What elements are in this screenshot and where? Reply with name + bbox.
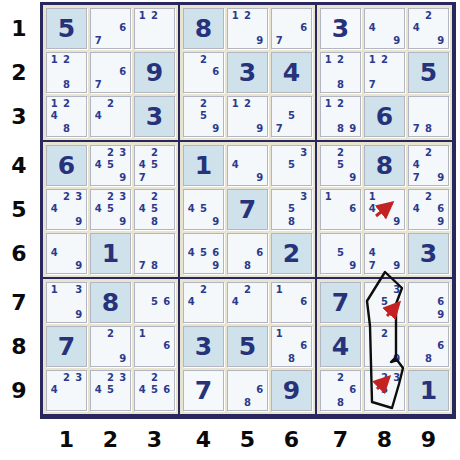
cell-r5c9[interactable]: 2469 [408, 189, 449, 230]
candidate-slot-6: 6 [161, 296, 173, 308]
candidate-slot-1 [366, 284, 378, 296]
candidate-slot-2: 2 [60, 98, 72, 110]
candidate-slot-1 [185, 54, 197, 66]
cell-r3c6[interactable]: 57 [271, 96, 312, 137]
candidate-slot-4: 4 [48, 110, 60, 122]
cell-r8c2[interactable]: 29 [90, 326, 131, 367]
row-label-9: 9 [2, 370, 36, 411]
row-label-5: 5 [2, 189, 36, 230]
pencilmarks: 35 [273, 147, 310, 184]
candidate-slot-5: 5 [197, 247, 209, 259]
candidate-slot-8: 8 [334, 79, 346, 91]
candidate-slot-1 [92, 191, 104, 203]
candidate-slot-6 [210, 110, 222, 122]
candidate-slot-3 [210, 284, 222, 296]
candidate-slot-6 [161, 159, 173, 171]
candidate-slot-8: 8 [285, 353, 297, 365]
candidate-slot-1 [48, 191, 60, 203]
cell-r9c9[interactable]: 1 [408, 370, 449, 411]
candidate-slot-1 [185, 98, 197, 110]
candidate-slot-9: 9 [117, 216, 129, 228]
candidate-slot-3 [254, 10, 266, 22]
candidate-slot-3 [254, 235, 266, 247]
candidate-slot-7 [185, 123, 197, 135]
cell-r9c3[interactable]: 2456 [134, 370, 175, 411]
candidate-slot-7 [229, 123, 241, 135]
candidate-slot-9: 9 [73, 260, 85, 272]
cell-r2c8[interactable]: 127 [364, 52, 405, 93]
candidate-slot-1: 1 [48, 284, 60, 296]
given-digit: 7 [321, 283, 360, 322]
col-label-7: 7 [320, 424, 361, 454]
given-digit: 4 [321, 327, 360, 366]
candidate-slot-4 [229, 22, 241, 34]
candidate-slot-5 [148, 22, 160, 34]
candidate-slot-5 [104, 66, 116, 78]
cell-r9c6[interactable]: 9 [271, 370, 312, 411]
cell-r6c5[interactable]: 68 [227, 233, 268, 274]
cell-r5c2[interactable]: 23459 [90, 189, 131, 230]
pencilmarks: 249 [410, 10, 447, 47]
candidate-slot-5 [241, 296, 253, 308]
candidate-slot-5 [60, 247, 72, 259]
candidate-slot-5 [422, 159, 434, 171]
candidate-slot-8 [60, 260, 72, 272]
candidate-slot-3 [210, 235, 222, 247]
cell-r7c8[interactable]: 35 [364, 282, 405, 323]
candidate-slot-1 [410, 191, 422, 203]
candidate-slot-5: 5 [285, 110, 297, 122]
cell-r8c9[interactable]: 68 [408, 326, 449, 367]
cell-r4c5[interactable]: 49 [227, 145, 268, 186]
candidate-slot-4: 4 [410, 203, 422, 215]
candidate-slot-6 [391, 66, 403, 78]
candidate-slot-8 [422, 35, 434, 47]
candidate-slot-6 [254, 110, 266, 122]
cell-r7c6[interactable]: 16 [271, 282, 312, 323]
cell-r3c2[interactable]: 24 [90, 96, 131, 137]
candidate-slot-6 [391, 384, 403, 396]
cell-r5c6[interactable]: 358 [271, 189, 312, 230]
cell-r4c7[interactable]: 259 [320, 145, 361, 186]
cell-r4c8[interactable]: 8 [364, 145, 405, 186]
cell-r4c3[interactable]: 2457 [134, 145, 175, 186]
candidate-slot-9 [254, 260, 266, 272]
candidate-slot-2: 2 [104, 98, 116, 110]
candidate-slot-1 [273, 191, 285, 203]
row-label-4: 4 [2, 145, 36, 186]
candidate-slot-2 [241, 372, 253, 384]
candidate-slot-3 [347, 235, 359, 247]
cell-r7c4[interactable]: 24 [183, 282, 224, 323]
candidate-slot-2: 2 [60, 191, 72, 203]
given-digit: 1 [184, 146, 223, 185]
candidate-slot-3 [161, 235, 173, 247]
candidate-slot-8 [378, 79, 390, 91]
pencilmarks: 49 [48, 235, 85, 272]
col-label-9: 9 [408, 424, 449, 454]
cell-r2c7[interactable]: 128 [320, 52, 361, 93]
candidate-slot-7 [273, 353, 285, 365]
cell-r9c7[interactable]: 268 [320, 370, 361, 411]
pencilmarks: 259 [322, 147, 359, 184]
candidate-slot-8 [241, 35, 253, 47]
candidate-slot-2 [285, 284, 297, 296]
cell-r3c5[interactable]: 129 [227, 96, 268, 137]
candidate-slot-5: 5 [378, 384, 390, 396]
candidate-slot-7 [185, 216, 197, 228]
cell-r4c9[interactable]: 2479 [408, 145, 449, 186]
candidate-slot-6 [391, 22, 403, 34]
candidate-slot-6: 6 [435, 296, 447, 308]
candidate-slot-1 [410, 147, 422, 159]
cell-r8c8[interactable]: 29 [364, 326, 405, 367]
candidate-slot-3 [347, 147, 359, 159]
candidate-slot-2: 2 [60, 54, 72, 66]
candidate-slot-9: 9 [73, 309, 85, 321]
cell-r8c6[interactable]: 168 [271, 326, 312, 367]
candidate-slot-7: 7 [410, 123, 422, 135]
cell-r1c4[interactable]: 8 [183, 8, 224, 49]
cell-r1c7[interactable]: 3 [320, 8, 361, 49]
cell-r5c4[interactable]: 459 [183, 189, 224, 230]
cell-r8c1[interactable]: 7 [46, 326, 87, 367]
candidate-slot-1 [410, 98, 422, 110]
candidate-slot-4: 4 [92, 159, 104, 171]
candidate-slot-9 [254, 309, 266, 321]
candidate-slot-5: 5 [148, 384, 160, 396]
cell-r6c4[interactable]: 4569 [183, 233, 224, 274]
cell-r6c3[interactable]: 78 [134, 233, 175, 274]
candidate-slot-7 [366, 309, 378, 321]
candidate-slot-4 [366, 296, 378, 308]
cell-r9c5[interactable]: 68 [227, 370, 268, 411]
cell-r4c1[interactable]: 6 [46, 145, 87, 186]
cell-r3c3[interactable]: 3 [134, 96, 175, 137]
candidate-slot-7 [136, 216, 148, 228]
col-label-6: 6 [271, 424, 312, 454]
candidate-slot-3 [391, 54, 403, 66]
candidate-slot-6 [117, 203, 129, 215]
candidate-slot-7 [185, 260, 197, 272]
candidate-slot-1: 1 [136, 328, 148, 340]
cell-r2c3[interactable]: 9 [134, 52, 175, 93]
candidate-slot-3 [161, 328, 173, 340]
candidate-slot-1 [273, 147, 285, 159]
candidate-slot-7 [366, 397, 378, 409]
candidate-slot-9 [117, 79, 129, 91]
candidate-slot-2: 2 [422, 10, 434, 22]
pencilmarks: 128 [48, 54, 85, 91]
candidate-slot-1 [273, 10, 285, 22]
candidate-slot-2 [378, 191, 390, 203]
given-digit: 6 [47, 146, 86, 185]
cell-r3c8[interactable]: 6 [364, 96, 405, 137]
candidate-slot-8: 8 [148, 260, 160, 272]
cell-r7c2[interactable]: 8 [90, 282, 131, 323]
candidate-slot-2: 2 [378, 372, 390, 384]
candidate-slot-1 [366, 328, 378, 340]
candidate-slot-7 [229, 35, 241, 47]
box-8: 242416351687689 [180, 279, 315, 414]
candidate-slot-1: 1 [273, 284, 285, 296]
cell-r4c4[interactable]: 1 [183, 145, 224, 186]
candidate-slot-9 [391, 79, 403, 91]
candidate-slot-9 [73, 123, 85, 135]
candidate-slot-7: 7 [136, 260, 148, 272]
cell-r1c3[interactable]: 12 [134, 8, 175, 49]
candidate-slot-6: 6 [117, 22, 129, 34]
candidate-slot-3 [117, 328, 129, 340]
cell-r3c9[interactable]: 78 [408, 96, 449, 137]
candidate-slot-6 [161, 203, 173, 215]
cell-r8c4[interactable]: 3 [183, 326, 224, 367]
cell-r3c1[interactable]: 1248 [46, 96, 87, 137]
pencilmarks: 234 [48, 372, 85, 409]
cell-r4c6[interactable]: 35 [271, 145, 312, 186]
candidate-slot-6 [210, 203, 222, 215]
candidate-slot-6 [73, 66, 85, 78]
candidate-slot-4: 4 [410, 159, 422, 171]
candidate-slot-1 [185, 235, 197, 247]
candidate-slot-6: 6 [254, 247, 266, 259]
pencilmarks: 2457 [136, 147, 173, 184]
candidate-slot-9: 9 [391, 35, 403, 47]
pencilmarks: 129 [229, 10, 266, 47]
candidate-slot-3: 3 [391, 372, 403, 384]
pencilmarks: 128 [322, 54, 359, 91]
pencilmarks: 23459 [92, 191, 129, 228]
candidate-slot-9: 9 [435, 35, 447, 47]
candidate-slot-2: 2 [148, 191, 160, 203]
candidate-slot-6 [254, 296, 266, 308]
cell-r9c1[interactable]: 234 [46, 370, 87, 411]
pencilmarks: 78 [136, 235, 173, 272]
pencilmarks: 26 [185, 54, 222, 91]
candidate-slot-1 [92, 10, 104, 22]
pencilmarks: 259 [185, 98, 222, 135]
cell-r5c3[interactable]: 2458 [134, 189, 175, 230]
given-digit: 1 [409, 371, 448, 410]
cell-r5c7[interactable]: 16 [320, 189, 361, 230]
candidate-slot-7: 7 [136, 172, 148, 184]
candidate-slot-9 [73, 79, 85, 91]
box-3: 34924912812751289678 [317, 5, 452, 140]
candidate-slot-1: 1 [273, 328, 285, 340]
cell-r1c2[interactable]: 67 [90, 8, 131, 49]
cell-r6c7[interactable]: 59 [320, 233, 361, 274]
candidate-slot-8 [60, 397, 72, 409]
candidate-slot-5: 5 [285, 159, 297, 171]
candidate-slot-7 [92, 353, 104, 365]
cell-r6c2[interactable]: 1 [90, 233, 131, 274]
candidate-slot-2: 2 [422, 191, 434, 203]
candidate-slot-6 [391, 296, 403, 308]
candidate-slot-3 [391, 328, 403, 340]
cell-r6c1[interactable]: 49 [46, 233, 87, 274]
candidate-slot-2: 2 [148, 10, 160, 22]
candidate-slot-5: 5 [148, 296, 160, 308]
pencilmarks: 235 [366, 372, 403, 409]
candidate-slot-7: 7 [366, 79, 378, 91]
candidate-slot-2: 2 [197, 98, 209, 110]
candidate-slot-6 [117, 384, 129, 396]
candidate-slot-5 [104, 340, 116, 352]
cell-r6c8[interactable]: 479 [364, 233, 405, 274]
cell-r2c6[interactable]: 4 [271, 52, 312, 93]
candidate-slot-5: 5 [197, 203, 209, 215]
candidate-slot-3 [117, 54, 129, 66]
cell-r7c7[interactable]: 7 [320, 282, 361, 323]
candidate-slot-6: 6 [435, 203, 447, 215]
pencilmarks: 129 [229, 98, 266, 135]
cell-r2c2[interactable]: 67 [90, 52, 131, 93]
candidate-slot-4 [366, 340, 378, 352]
candidate-slot-7 [92, 172, 104, 184]
cell-r8c3[interactable]: 16 [134, 326, 175, 367]
candidate-slot-8 [378, 397, 390, 409]
candidate-slot-3: 3 [298, 191, 310, 203]
cell-r3c4[interactable]: 259 [183, 96, 224, 137]
cell-r8c7[interactable]: 4 [320, 326, 361, 367]
pencilmarks: 68 [229, 372, 266, 409]
candidate-slot-3 [73, 54, 85, 66]
candidate-slot-7 [92, 123, 104, 135]
cell-r5c5[interactable]: 7 [227, 189, 268, 230]
cell-r1c1[interactable]: 5 [46, 8, 87, 49]
candidate-slot-6: 6 [347, 384, 359, 396]
cell-r3c7[interactable]: 1289 [320, 96, 361, 137]
candidate-slot-7 [136, 397, 148, 409]
candidate-slot-3 [161, 284, 173, 296]
candidate-slot-5 [378, 203, 390, 215]
cell-r9c4[interactable]: 7 [183, 370, 224, 411]
candidate-slot-8 [197, 216, 209, 228]
candidate-slot-9 [298, 353, 310, 365]
candidate-slot-5 [60, 66, 72, 78]
candidate-slot-9 [161, 172, 173, 184]
candidate-slot-8 [422, 172, 434, 184]
candidate-slot-4: 4 [185, 203, 197, 215]
candidate-slot-1: 1 [48, 54, 60, 66]
candidate-slot-9 [161, 353, 173, 365]
candidate-slot-3 [210, 98, 222, 110]
given-digit: 5 [228, 327, 267, 366]
candidate-slot-7 [229, 397, 241, 409]
candidate-slot-2: 2 [334, 54, 346, 66]
candidate-slot-4 [273, 22, 285, 34]
candidate-slot-5 [241, 110, 253, 122]
cell-r7c3[interactable]: 56 [134, 282, 175, 323]
candidate-slot-9 [298, 172, 310, 184]
candidate-slot-3: 3 [73, 284, 85, 296]
candidate-slot-4: 4 [92, 110, 104, 122]
candidate-slot-2: 2 [197, 284, 209, 296]
candidate-slot-4 [322, 66, 334, 78]
cell-r5c8[interactable]: 149 [364, 189, 405, 230]
candidate-slot-8 [104, 123, 116, 135]
cell-r6c6[interactable]: 2 [271, 233, 312, 274]
candidate-slot-7 [273, 172, 285, 184]
candidate-slot-2 [334, 235, 346, 247]
candidate-slot-7 [366, 216, 378, 228]
cell-r2c5[interactable]: 3 [227, 52, 268, 93]
candidate-slot-4 [92, 340, 104, 352]
candidate-slot-5: 5 [378, 296, 390, 308]
cell-r1c8[interactable]: 49 [364, 8, 405, 49]
candidate-slot-5 [197, 66, 209, 78]
cell-r1c6[interactable]: 67 [271, 8, 312, 49]
pencilmarks: 29 [366, 328, 403, 365]
box-1: 567121286791248243 [43, 5, 178, 140]
cell-r9c8[interactable]: 235 [364, 370, 405, 411]
cell-r9c2[interactable]: 2345 [90, 370, 131, 411]
cell-r2c4[interactable]: 26 [183, 52, 224, 93]
candidate-slot-8 [104, 35, 116, 47]
pencilmarks: 67 [273, 10, 310, 47]
candidate-slot-3 [161, 372, 173, 384]
cell-r8c5[interactable]: 5 [227, 326, 268, 367]
pencilmarks: 24 [229, 284, 266, 321]
candidate-slot-5 [148, 340, 160, 352]
candidate-slot-4 [136, 296, 148, 308]
cell-r4c2[interactable]: 23459 [90, 145, 131, 186]
candidate-slot-1 [92, 147, 104, 159]
candidate-slot-2: 2 [241, 10, 253, 22]
box-9: 73569429682682351 [317, 279, 452, 414]
cell-r2c1[interactable]: 128 [46, 52, 87, 93]
candidate-slot-9 [347, 397, 359, 409]
cell-r7c1[interactable]: 139 [46, 282, 87, 323]
candidate-slot-9 [298, 216, 310, 228]
candidate-slot-3 [435, 98, 447, 110]
candidate-slot-4 [229, 384, 241, 396]
candidate-slot-3 [298, 10, 310, 22]
candidate-slot-3: 3 [117, 191, 129, 203]
candidate-slot-1 [322, 235, 334, 247]
candidate-slot-2: 2 [104, 147, 116, 159]
candidate-slot-4 [322, 159, 334, 171]
cell-r1c9[interactable]: 249 [408, 8, 449, 49]
cell-r5c1[interactable]: 2349 [46, 189, 87, 230]
candidate-slot-5: 5 [148, 159, 160, 171]
cell-r1c5[interactable]: 129 [227, 8, 268, 49]
candidate-slot-1 [229, 284, 241, 296]
candidate-slot-6: 6 [298, 22, 310, 34]
pencilmarks: 69 [410, 284, 447, 321]
cell-r7c9[interactable]: 69 [408, 282, 449, 323]
col-label-2: 2 [90, 424, 131, 454]
candidate-slot-4: 4 [48, 247, 60, 259]
pencilmarks: 24 [185, 284, 222, 321]
candidate-slot-6: 6 [254, 384, 266, 396]
candidate-slot-5 [334, 203, 346, 215]
candidate-slot-7 [136, 353, 148, 365]
cell-r2c9[interactable]: 5 [408, 52, 449, 93]
given-digit: 2 [272, 234, 311, 273]
pencilmarks: 16 [322, 191, 359, 228]
candidate-slot-6: 6 [435, 340, 447, 352]
candidate-slot-7 [410, 35, 422, 47]
candidate-slot-4: 4 [136, 159, 148, 171]
given-digit: 3 [409, 234, 448, 273]
cell-r6c9[interactable]: 3 [408, 233, 449, 274]
candidate-slot-6 [391, 340, 403, 352]
candidate-slot-3 [298, 98, 310, 110]
pencilmarks: 68 [410, 328, 447, 365]
candidate-slot-4: 4 [92, 203, 104, 215]
cell-r7c5[interactable]: 24 [227, 282, 268, 323]
